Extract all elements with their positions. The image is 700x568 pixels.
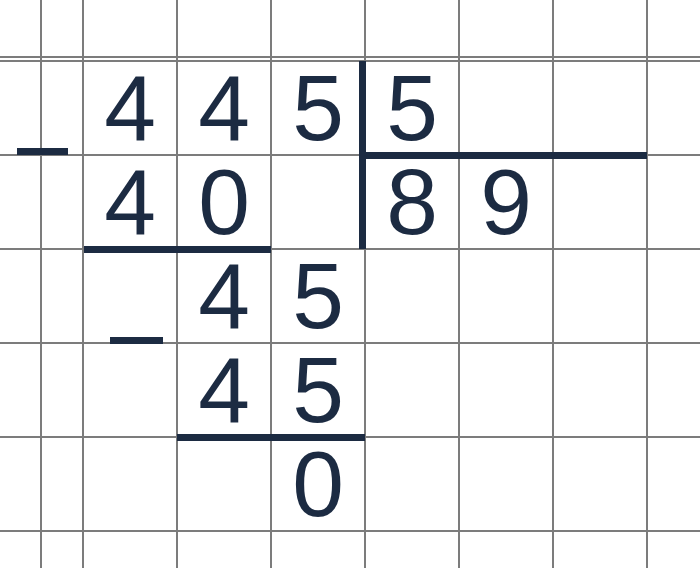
digit-cell-dividend-ones: 5 [271, 61, 365, 155]
digit-cell-divisor: 5 [365, 61, 459, 155]
minus-sign-step1 [17, 148, 68, 155]
digit-cell-product2-tens: 4 [177, 343, 271, 437]
squared-paper-sheet: 4455408945450 [0, 0, 700, 568]
minus-sign-step2 [110, 337, 163, 344]
digit-cell-product1-tens: 4 [83, 155, 177, 249]
digit-cell-quotient-ones: 9 [459, 155, 553, 249]
digit-cell-product1-ones: 0 [177, 155, 271, 249]
digit-cell-remainder1-ones: 5 [271, 249, 365, 343]
digit-cell-dividend-hundreds: 4 [83, 61, 177, 155]
digit-cell-remainder1-tens: 4 [177, 249, 271, 343]
digit-cell-dividend-tens: 4 [177, 61, 271, 155]
division-grid: 4455408945450 [0, 0, 700, 568]
digit-cell-product2-ones: 5 [271, 343, 365, 437]
digit-cell-final-remainder: 0 [271, 437, 365, 531]
digit-cell-quotient-tens: 8 [365, 155, 459, 249]
